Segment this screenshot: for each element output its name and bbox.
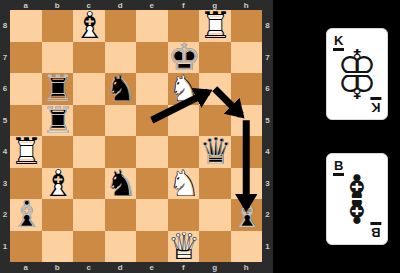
rank-label-8: 8: [0, 10, 10, 42]
square-b5[interactable]: ♜♖: [42, 105, 74, 137]
white-rook[interactable]: ♜♖: [199, 10, 231, 42]
file-label-c: c: [73, 262, 105, 273]
square-h4[interactable]: [231, 136, 263, 168]
square-h5[interactable]: [231, 105, 263, 137]
king-card-icon: ♔ ♔: [333, 47, 381, 101]
file-label-h: h: [231, 0, 263, 10]
square-h8[interactable]: [231, 10, 263, 42]
file-label-e: e: [136, 262, 168, 273]
square-e4[interactable]: [136, 136, 168, 168]
square-d3[interactable]: ♞♘: [105, 168, 137, 200]
rank-label-8: 8: [262, 10, 273, 42]
rank-label-6: 6: [262, 73, 273, 105]
file-label-f: f: [168, 0, 200, 10]
square-g1[interactable]: [199, 231, 231, 263]
square-c2[interactable]: [73, 199, 105, 231]
white-bishop[interactable]: ♝♗: [73, 10, 105, 42]
rank-label-6: 6: [0, 73, 10, 105]
square-h1[interactable]: [231, 231, 263, 263]
square-e2[interactable]: [136, 199, 168, 231]
square-g4[interactable]: ♛♕: [199, 136, 231, 168]
square-b8[interactable]: [42, 10, 74, 42]
square-f3[interactable]: ♞♘: [168, 168, 200, 200]
square-e8[interactable]: [136, 10, 168, 42]
rank-label-1: 1: [0, 231, 10, 263]
square-h7[interactable]: [231, 42, 263, 74]
square-a1[interactable]: [10, 231, 42, 263]
board-panel: abcdefgh abcdefgh 87654321 87654321 ♝♗♜♖…: [0, 0, 273, 273]
white-bishop[interactable]: ♝♗: [42, 168, 74, 200]
rank-label-7: 7: [262, 42, 273, 74]
bishop-card-icon: ♝ ♝: [333, 172, 381, 226]
square-d6[interactable]: ♞♘: [105, 73, 137, 105]
rank-label-5: 5: [262, 105, 273, 137]
rank-label-7: 7: [0, 42, 10, 74]
file-label-g: g: [199, 262, 231, 273]
file-label-h: h: [231, 262, 263, 273]
square-d8[interactable]: [105, 10, 137, 42]
file-label-a: a: [10, 0, 42, 10]
file-label-b: b: [42, 262, 74, 273]
board[interactable]: ♝♗♜♖♚♔♜♖♞♘♞♘♜♖♜♖♛♕♝♗♞♘♞♘♝♗♝♗♛♕: [10, 10, 262, 262]
black-rook[interactable]: ♜♖: [42, 105, 74, 137]
rank-label-4: 4: [0, 136, 10, 168]
square-e3[interactable]: [136, 168, 168, 200]
square-d5[interactable]: [105, 105, 137, 137]
square-e1[interactable]: [136, 231, 168, 263]
square-b2[interactable]: [42, 199, 74, 231]
square-d2[interactable]: [105, 199, 137, 231]
square-a2[interactable]: ♝♗: [10, 199, 42, 231]
square-c5[interactable]: [73, 105, 105, 137]
square-a4[interactable]: ♜♖: [10, 136, 42, 168]
black-bishop[interactable]: ♝♗: [10, 199, 42, 231]
bishop-glyph-upper: ♝: [333, 172, 381, 198]
square-c4[interactable]: [73, 136, 105, 168]
card-bishop[interactable]: B ♝ ♝ B: [326, 153, 388, 245]
square-a6[interactable]: [10, 73, 42, 105]
file-label-e: e: [136, 0, 168, 10]
square-c8[interactable]: ♝♗: [73, 10, 105, 42]
square-b3[interactable]: ♝♗: [42, 168, 74, 200]
square-e7[interactable]: [136, 42, 168, 74]
white-rook[interactable]: ♜♖: [10, 136, 42, 168]
white-knight[interactable]: ♞♘: [168, 73, 200, 105]
square-d1[interactable]: [105, 231, 137, 263]
square-h2[interactable]: ♝♗: [231, 199, 263, 231]
rank-label-2: 2: [0, 199, 10, 231]
white-queen[interactable]: ♛♕: [168, 231, 200, 263]
file-labels-bottom: abcdefgh: [10, 262, 262, 273]
square-g2[interactable]: [199, 199, 231, 231]
square-c7[interactable]: [73, 42, 105, 74]
card-king-letter-rotated: K: [370, 97, 381, 114]
square-f6[interactable]: ♞♘: [168, 73, 200, 105]
square-g8[interactable]: ♜♖: [199, 10, 231, 42]
black-bishop[interactable]: ♝♗: [231, 199, 263, 231]
card-king[interactable]: K ♔ ♔ K: [326, 28, 388, 120]
black-queen[interactable]: ♛♕: [199, 136, 231, 168]
square-c3[interactable]: [73, 168, 105, 200]
square-e5[interactable]: [136, 105, 168, 137]
rank-label-5: 5: [0, 105, 10, 137]
file-label-d: d: [105, 0, 137, 10]
file-label-d: d: [105, 262, 137, 273]
square-h6[interactable]: [231, 73, 263, 105]
square-e6[interactable]: [136, 73, 168, 105]
file-label-b: b: [42, 0, 74, 10]
black-knight[interactable]: ♞♘: [105, 168, 137, 200]
square-b1[interactable]: [42, 231, 74, 263]
rank-labels-left: 87654321: [0, 10, 10, 262]
square-f1[interactable]: ♛♕: [168, 231, 200, 263]
square-g3[interactable]: [199, 168, 231, 200]
rank-label-4: 4: [262, 136, 273, 168]
square-c1[interactable]: [73, 231, 105, 263]
black-knight[interactable]: ♞♘: [105, 73, 137, 105]
square-g7[interactable]: [199, 42, 231, 74]
king-glyph-upper: ♔: [333, 47, 381, 73]
square-c6[interactable]: [73, 73, 105, 105]
rank-label-3: 3: [0, 168, 10, 200]
square-a8[interactable]: [10, 10, 42, 42]
card-bishop-letter-rotated: B: [370, 222, 381, 239]
square-g6[interactable]: [199, 73, 231, 105]
file-label-a: a: [10, 262, 42, 273]
square-a7[interactable]: [10, 42, 42, 74]
square-f5[interactable]: [168, 105, 200, 137]
white-knight[interactable]: ♞♘: [168, 168, 200, 200]
